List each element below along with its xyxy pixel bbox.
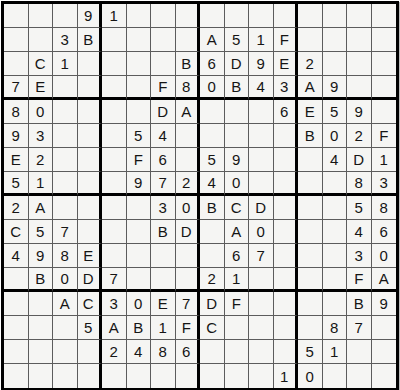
cell-r6-c15-given-2[interactable]: 2 (347, 124, 372, 148)
cell-r9-c3-empty[interactable] (53, 196, 78, 220)
cell-r9-c13-empty[interactable] (298, 196, 323, 220)
cell-r1-c16-empty[interactable] (372, 4, 397, 28)
cell-r13-c2-empty[interactable] (29, 292, 54, 316)
cell-r3-c14-empty[interactable] (323, 52, 348, 76)
cell-r6-c8-empty[interactable] (176, 124, 201, 148)
cell-r13-c11-empty[interactable] (249, 292, 274, 316)
cell-r13-c14-empty[interactable] (323, 292, 348, 316)
cell-r2-c8-empty[interactable] (176, 28, 201, 52)
cell-r15-c1-empty[interactable] (4, 340, 29, 364)
cell-r15-c6-given-4[interactable]: 4 (127, 340, 152, 364)
cell-r2-c13-empty[interactable] (298, 28, 323, 52)
cell-r16-c10-empty[interactable] (225, 364, 250, 388)
cell-r2-c3-given-3[interactable]: 3 (53, 28, 78, 52)
cell-r6-c16-given-F[interactable]: F (372, 124, 397, 148)
cell-r1-c15-empty[interactable] (347, 4, 372, 28)
cell-r5-c9-empty[interactable] (200, 100, 225, 124)
cell-r12-c4-given-D[interactable]: D (78, 268, 103, 292)
cell-r10-c1-given-C[interactable]: C (4, 220, 29, 244)
cell-r3-c6-empty[interactable] (127, 52, 152, 76)
cell-r3-c10-given-D[interactable]: D (225, 52, 250, 76)
cell-r1-c1-empty[interactable] (4, 4, 29, 28)
cell-r5-c4-empty[interactable] (78, 100, 103, 124)
cell-r7-c7-given-6[interactable]: 6 (151, 148, 176, 172)
cell-r11-c2-given-9[interactable]: 9 (29, 244, 54, 268)
cell-r3-c11-given-9[interactable]: 9 (249, 52, 274, 76)
cell-r15-c8-given-6[interactable]: 6 (176, 340, 201, 364)
cell-r3-c15-empty[interactable] (347, 52, 372, 76)
cell-r5-c16-empty[interactable] (372, 100, 397, 124)
cell-r12-c6-empty[interactable] (127, 268, 152, 292)
cell-r14-c7-given-1[interactable]: 1 (151, 316, 176, 340)
cell-r6-c11-empty[interactable] (249, 124, 274, 148)
cell-r3-c7-empty[interactable] (151, 52, 176, 76)
cell-r4-c4-empty[interactable] (78, 76, 103, 100)
cell-r4-c8-given-8[interactable]: 8 (176, 76, 201, 100)
cell-r5-c8-given-A[interactable]: A (176, 100, 201, 124)
cell-r8-c5-empty[interactable] (102, 172, 127, 196)
cell-r6-c13-given-B[interactable]: B (298, 124, 323, 148)
cell-r12-c10-given-1[interactable]: 1 (225, 268, 250, 292)
cell-r3-c16-empty[interactable] (372, 52, 397, 76)
cell-r6-c10-empty[interactable] (225, 124, 250, 148)
cell-r6-c4-empty[interactable] (78, 124, 103, 148)
cell-r15-c10-empty[interactable] (225, 340, 250, 364)
cell-r15-c12-empty[interactable] (274, 340, 299, 364)
cell-r4-c2-given-E[interactable]: E (29, 76, 54, 100)
cell-r8-c9-given-4[interactable]: 4 (200, 172, 225, 196)
cell-r4-c15-empty[interactable] (347, 76, 372, 100)
cell-r14-c10-empty[interactable] (225, 316, 250, 340)
cell-r3-c5-empty[interactable] (102, 52, 127, 76)
cell-r13-c9-given-D[interactable]: D (200, 292, 225, 316)
cell-r12-c12-empty[interactable] (274, 268, 299, 292)
cell-r8-c1-given-5[interactable]: 5 (4, 172, 29, 196)
cell-r10-c11-given-0[interactable]: 0 (249, 220, 274, 244)
cell-r15-c13-given-5[interactable]: 5 (298, 340, 323, 364)
cell-r2-c5-empty[interactable] (102, 28, 127, 52)
cell-r7-c9-given-5[interactable]: 5 (200, 148, 225, 172)
cell-r1-c13-empty[interactable] (298, 4, 323, 28)
cell-r6-c14-given-0[interactable]: 0 (323, 124, 348, 148)
cell-r5-c13-given-E[interactable]: E (298, 100, 323, 124)
cell-r9-c14-empty[interactable] (323, 196, 348, 220)
cell-r9-c1-given-2[interactable]: 2 (4, 196, 29, 220)
cell-r9-c7-given-3[interactable]: 3 (151, 196, 176, 220)
cell-r15-c4-empty[interactable] (78, 340, 103, 364)
cell-r10-c9-empty[interactable] (200, 220, 225, 244)
cell-r10-c4-empty[interactable] (78, 220, 103, 244)
cell-r13-c13-empty[interactable] (298, 292, 323, 316)
cell-r2-c1-empty[interactable] (4, 28, 29, 52)
cell-r7-c12-empty[interactable] (274, 148, 299, 172)
cell-r3-c12-given-E[interactable]: E (274, 52, 299, 76)
cell-r4-c16-empty[interactable] (372, 76, 397, 100)
cell-r11-c16-given-0[interactable]: 0 (372, 244, 397, 268)
cell-r6-c12-empty[interactable] (274, 124, 299, 148)
cell-r11-c13-empty[interactable] (298, 244, 323, 268)
cell-r7-c8-empty[interactable] (176, 148, 201, 172)
cell-r5-c6-empty[interactable] (127, 100, 152, 124)
cell-r11-c4-given-E[interactable]: E (78, 244, 103, 268)
cell-r10-c13-empty[interactable] (298, 220, 323, 244)
cell-r5-c7-given-D[interactable]: D (151, 100, 176, 124)
cell-r5-c5-empty[interactable] (102, 100, 127, 124)
cell-r1-c11-empty[interactable] (249, 4, 274, 28)
cell-r15-c14-given-1[interactable]: 1 (323, 340, 348, 364)
cell-r2-c12-given-F[interactable]: F (274, 28, 299, 52)
cell-r12-c5-given-7[interactable]: 7 (102, 268, 127, 292)
cell-r11-c1-given-4[interactable]: 4 (4, 244, 29, 268)
cell-r7-c16-given-1[interactable]: 1 (372, 148, 397, 172)
cell-r16-c1-empty[interactable] (4, 364, 29, 388)
cell-r2-c2-empty[interactable] (29, 28, 54, 52)
cell-r2-c9-given-A[interactable]: A (200, 28, 225, 52)
cell-r1-c14-empty[interactable] (323, 4, 348, 28)
cell-r16-c11-empty[interactable] (249, 364, 274, 388)
cell-r12-c11-empty[interactable] (249, 268, 274, 292)
cell-r10-c5-empty[interactable] (102, 220, 127, 244)
cell-r12-c7-empty[interactable] (151, 268, 176, 292)
cell-r11-c3-given-8[interactable]: 8 (53, 244, 78, 268)
cell-r11-c12-empty[interactable] (274, 244, 299, 268)
cell-r10-c10-given-A[interactable]: A (225, 220, 250, 244)
cell-r2-c16-empty[interactable] (372, 28, 397, 52)
cell-r13-c10-given-F[interactable]: F (225, 292, 250, 316)
cell-r13-c8-given-7[interactable]: 7 (176, 292, 201, 316)
cell-r4-c11-given-4[interactable]: 4 (249, 76, 274, 100)
cell-r13-c3-given-A[interactable]: A (53, 292, 78, 316)
cell-r12-c8-empty[interactable] (176, 268, 201, 292)
cell-r4-c1-given-7[interactable]: 7 (4, 76, 29, 100)
cell-r4-c7-given-F[interactable]: F (151, 76, 176, 100)
cell-r12-c9-given-2[interactable]: 2 (200, 268, 225, 292)
cell-r6-c7-given-4[interactable]: 4 (151, 124, 176, 148)
cell-r13-c15-given-B[interactable]: B (347, 292, 372, 316)
cell-r13-c5-given-3[interactable]: 3 (102, 292, 127, 316)
cell-r9-c15-given-5[interactable]: 5 (347, 196, 372, 220)
cell-r16-c3-empty[interactable] (53, 364, 78, 388)
cell-r9-c10-given-C[interactable]: C (225, 196, 250, 220)
cell-r11-c14-empty[interactable] (323, 244, 348, 268)
cell-r4-c5-empty[interactable] (102, 76, 127, 100)
cell-r1-c8-empty[interactable] (176, 4, 201, 28)
cell-r15-c15-empty[interactable] (347, 340, 372, 364)
cell-r16-c6-empty[interactable] (127, 364, 152, 388)
cell-r9-c6-empty[interactable] (127, 196, 152, 220)
cell-r3-c3-given-1[interactable]: 1 (53, 52, 78, 76)
cell-r8-c8-given-2[interactable]: 2 (176, 172, 201, 196)
cell-r14-c5-given-A[interactable]: A (102, 316, 127, 340)
cell-r11-c6-empty[interactable] (127, 244, 152, 268)
cell-r7-c6-given-F[interactable]: F (127, 148, 152, 172)
cell-r15-c3-empty[interactable] (53, 340, 78, 364)
cell-r14-c13-empty[interactable] (298, 316, 323, 340)
cell-r10-c14-empty[interactable] (323, 220, 348, 244)
cell-r16-c7-empty[interactable] (151, 364, 176, 388)
cell-r5-c11-empty[interactable] (249, 100, 274, 124)
cell-r8-c13-empty[interactable] (298, 172, 323, 196)
cell-r4-c3-empty[interactable] (53, 76, 78, 100)
cell-r16-c12-given-1[interactable]: 1 (274, 364, 299, 388)
cell-r6-c5-empty[interactable] (102, 124, 127, 148)
cell-r15-c2-empty[interactable] (29, 340, 54, 364)
cell-r15-c5-given-2[interactable]: 2 (102, 340, 127, 364)
cell-r13-c6-given-0[interactable]: 0 (127, 292, 152, 316)
cell-r14-c1-empty[interactable] (4, 316, 29, 340)
cell-r2-c10-given-5[interactable]: 5 (225, 28, 250, 52)
cell-r16-c9-empty[interactable] (200, 364, 225, 388)
cell-r2-c6-empty[interactable] (127, 28, 152, 52)
cell-r14-c4-given-5[interactable]: 5 (78, 316, 103, 340)
cell-r1-c10-empty[interactable] (225, 4, 250, 28)
cell-r5-c12-given-6[interactable]: 6 (274, 100, 299, 124)
cell-r14-c8-given-F[interactable]: F (176, 316, 201, 340)
cell-r2-c15-empty[interactable] (347, 28, 372, 52)
cell-r10-c8-given-D[interactable]: D (176, 220, 201, 244)
cell-r10-c7-given-B[interactable]: B (151, 220, 176, 244)
cell-r11-c10-given-6[interactable]: 6 (225, 244, 250, 268)
cell-r5-c2-given-0[interactable]: 0 (29, 100, 54, 124)
cell-r8-c11-empty[interactable] (249, 172, 274, 196)
cell-r12-c2-given-B[interactable]: B (29, 268, 54, 292)
cell-r7-c15-given-D[interactable]: D (347, 148, 372, 172)
cell-r1-c7-empty[interactable] (151, 4, 176, 28)
cell-r9-c2-given-A[interactable]: A (29, 196, 54, 220)
cell-r10-c15-given-4[interactable]: 4 (347, 220, 372, 244)
cell-r2-c14-empty[interactable] (323, 28, 348, 52)
cell-r8-c16-given-3[interactable]: 3 (372, 172, 397, 196)
cell-r12-c16-given-A[interactable]: A (372, 268, 397, 292)
cell-r7-c2-given-2[interactable]: 2 (29, 148, 54, 172)
cell-r12-c14-empty[interactable] (323, 268, 348, 292)
cell-r9-c5-empty[interactable] (102, 196, 127, 220)
cell-r1-c9-empty[interactable] (200, 4, 225, 28)
cell-r16-c14-empty[interactable] (323, 364, 348, 388)
cell-r14-c6-given-B[interactable]: B (127, 316, 152, 340)
cell-r1-c2-empty[interactable] (29, 4, 54, 28)
cell-r1-c4-given-9[interactable]: 9 (78, 4, 103, 28)
cell-r6-c3-empty[interactable] (53, 124, 78, 148)
cell-r4-c9-given-0[interactable]: 0 (200, 76, 225, 100)
cell-r14-c16-empty[interactable] (372, 316, 397, 340)
cell-r5-c15-given-9[interactable]: 9 (347, 100, 372, 124)
cell-r1-c6-empty[interactable] (127, 4, 152, 28)
cell-r8-c6-given-9[interactable]: 9 (127, 172, 152, 196)
cell-r11-c5-empty[interactable] (102, 244, 127, 268)
cell-r14-c2-empty[interactable] (29, 316, 54, 340)
cell-r5-c14-given-5[interactable]: 5 (323, 100, 348, 124)
cell-r14-c14-given-8[interactable]: 8 (323, 316, 348, 340)
cell-r9-c11-given-D[interactable]: D (249, 196, 274, 220)
cell-r12-c15-given-F[interactable]: F (347, 268, 372, 292)
cell-r13-c1-empty[interactable] (4, 292, 29, 316)
cell-r7-c1-given-E[interactable]: E (4, 148, 29, 172)
cell-r7-c4-empty[interactable] (78, 148, 103, 172)
cell-r8-c3-empty[interactable] (53, 172, 78, 196)
cell-r15-c9-empty[interactable] (200, 340, 225, 364)
cell-r3-c1-empty[interactable] (4, 52, 29, 76)
cell-r7-c10-given-9[interactable]: 9 (225, 148, 250, 172)
cell-r4-c13-given-A[interactable]: A (298, 76, 323, 100)
cell-r11-c7-empty[interactable] (151, 244, 176, 268)
cell-r13-c16-given-9[interactable]: 9 (372, 292, 397, 316)
cell-r5-c1-given-8[interactable]: 8 (4, 100, 29, 124)
cell-r5-c10-empty[interactable] (225, 100, 250, 124)
cell-r10-c12-empty[interactable] (274, 220, 299, 244)
cell-r14-c11-empty[interactable] (249, 316, 274, 340)
cell-r16-c4-empty[interactable] (78, 364, 103, 388)
cell-r2-c11-given-1[interactable]: 1 (249, 28, 274, 52)
cell-r16-c8-empty[interactable] (176, 364, 201, 388)
cell-r1-c3-empty[interactable] (53, 4, 78, 28)
cell-r9-c4-empty[interactable] (78, 196, 103, 220)
cell-r9-c16-given-8[interactable]: 8 (372, 196, 397, 220)
cell-r15-c16-empty[interactable] (372, 340, 397, 364)
cell-r16-c5-empty[interactable] (102, 364, 127, 388)
cell-r3-c4-empty[interactable] (78, 52, 103, 76)
cell-r9-c12-empty[interactable] (274, 196, 299, 220)
cell-r7-c14-given-4[interactable]: 4 (323, 148, 348, 172)
cell-r8-c7-given-7[interactable]: 7 (151, 172, 176, 196)
cell-r11-c9-empty[interactable] (200, 244, 225, 268)
hexadoku-board: 913BA51FC1B6D9E27EF80B43A980DA6E599354B0… (1, 1, 399, 390)
cell-r1-c5-given-1[interactable]: 1 (102, 4, 127, 28)
cell-r16-c15-empty[interactable] (347, 364, 372, 388)
cell-r8-c12-empty[interactable] (274, 172, 299, 196)
cell-r11-c11-given-7[interactable]: 7 (249, 244, 274, 268)
cell-r14-c3-empty[interactable] (53, 316, 78, 340)
cell-r9-c9-given-B[interactable]: B (200, 196, 225, 220)
cell-r13-c7-given-E[interactable]: E (151, 292, 176, 316)
cell-r9-c8-given-0[interactable]: 0 (176, 196, 201, 220)
cell-r3-c9-given-6[interactable]: 6 (200, 52, 225, 76)
cell-r8-c14-empty[interactable] (323, 172, 348, 196)
cell-r16-c13-given-0[interactable]: 0 (298, 364, 323, 388)
cell-r11-c8-empty[interactable] (176, 244, 201, 268)
cell-r7-c11-empty[interactable] (249, 148, 274, 172)
cell-r2-c4-given-B[interactable]: B (78, 28, 103, 52)
cell-r3-c8-given-B[interactable]: B (176, 52, 201, 76)
cell-r11-c15-given-3[interactable]: 3 (347, 244, 372, 268)
cell-r8-c2-given-1[interactable]: 1 (29, 172, 54, 196)
cell-r14-c12-empty[interactable] (274, 316, 299, 340)
cell-r6-c2-given-3[interactable]: 3 (29, 124, 54, 148)
cell-r3-c13-given-2[interactable]: 2 (298, 52, 323, 76)
cell-r4-c14-given-9[interactable]: 9 (323, 76, 348, 100)
cell-r4-c6-empty[interactable] (127, 76, 152, 100)
cell-r1-c12-empty[interactable] (274, 4, 299, 28)
cell-r7-c5-empty[interactable] (102, 148, 127, 172)
cell-r5-c3-empty[interactable] (53, 100, 78, 124)
cell-r10-c6-empty[interactable] (127, 220, 152, 244)
cell-r7-c13-empty[interactable] (298, 148, 323, 172)
cell-r8-c10-given-0[interactable]: 0 (225, 172, 250, 196)
cell-r14-c9-given-C[interactable]: C (200, 316, 225, 340)
cell-r4-c10-given-B[interactable]: B (225, 76, 250, 100)
cell-r2-c7-empty[interactable] (151, 28, 176, 52)
cell-r13-c4-given-C[interactable]: C (78, 292, 103, 316)
cell-r8-c15-given-8[interactable]: 8 (347, 172, 372, 196)
cell-r10-c16-given-6[interactable]: 6 (372, 220, 397, 244)
cell-r14-c15-given-7[interactable]: 7 (347, 316, 372, 340)
cell-r16-c16-empty[interactable] (372, 364, 397, 388)
cell-r13-c12-empty[interactable] (274, 292, 299, 316)
cell-r16-c2-empty[interactable] (29, 364, 54, 388)
cell-r6-c1-given-9[interactable]: 9 (4, 124, 29, 148)
cell-r15-c7-given-8[interactable]: 8 (151, 340, 176, 364)
cell-r10-c3-given-7[interactable]: 7 (53, 220, 78, 244)
cell-r6-c9-empty[interactable] (200, 124, 225, 148)
cell-r6-c6-given-5[interactable]: 5 (127, 124, 152, 148)
cell-r7-c3-empty[interactable] (53, 148, 78, 172)
cell-r3-c2-given-C[interactable]: C (29, 52, 54, 76)
cell-r15-c11-empty[interactable] (249, 340, 274, 364)
cell-r12-c13-empty[interactable] (298, 268, 323, 292)
cell-r4-c12-given-3[interactable]: 3 (274, 76, 299, 100)
cell-r8-c4-empty[interactable] (78, 172, 103, 196)
cell-r12-c1-empty[interactable] (4, 268, 29, 292)
cell-r10-c2-given-5[interactable]: 5 (29, 220, 54, 244)
cell-r12-c3-given-0[interactable]: 0 (53, 268, 78, 292)
